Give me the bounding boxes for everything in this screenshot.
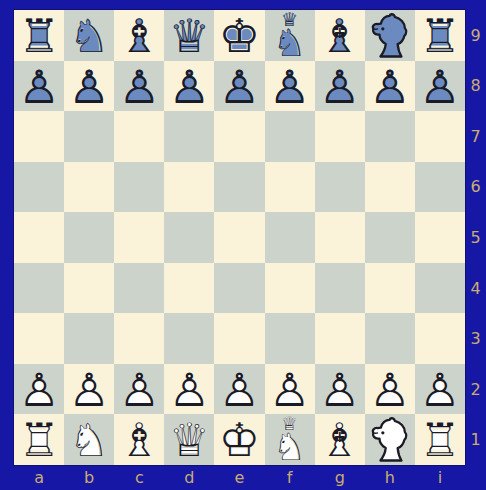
white-pawn[interactable]: ♟♙ bbox=[164, 364, 214, 415]
file-label-a: a bbox=[14, 465, 64, 490]
square-d2[interactable]: ♟♙ bbox=[164, 364, 214, 415]
square-e6[interactable] bbox=[214, 162, 264, 213]
white-pawn[interactable]: ♟♙ bbox=[114, 364, 164, 415]
square-a4[interactable] bbox=[14, 263, 64, 314]
blue-rook[interactable]: ♜♖ bbox=[14, 10, 64, 61]
square-i9[interactable]: ♜♖ bbox=[415, 10, 465, 61]
square-d7[interactable] bbox=[164, 111, 214, 162]
camel-icon bbox=[365, 10, 415, 61]
square-g8[interactable]: ♟♙ bbox=[315, 61, 365, 112]
rank-labels: 987654321 bbox=[465, 10, 486, 465]
square-g9[interactable]: ♝♗+ bbox=[315, 10, 365, 61]
square-i2[interactable]: ♟♙ bbox=[415, 364, 465, 415]
square-h3[interactable] bbox=[365, 313, 415, 364]
square-e1[interactable]: ♚♔ bbox=[214, 414, 264, 465]
square-a9[interactable]: ♜♖ bbox=[14, 10, 64, 61]
square-f7[interactable] bbox=[265, 111, 315, 162]
square-a7[interactable] bbox=[14, 111, 64, 162]
square-d4[interactable] bbox=[164, 263, 214, 314]
white-queen[interactable]: ♛♕ bbox=[164, 414, 214, 465]
blue-pawn[interactable]: ♟♙ bbox=[164, 61, 214, 112]
crown-icon: ♕ bbox=[265, 10, 315, 29]
square-f2[interactable]: ♟♙ bbox=[265, 364, 315, 415]
square-a6[interactable] bbox=[14, 162, 64, 213]
square-g7[interactable] bbox=[315, 111, 365, 162]
blue-orb-bishop[interactable]: ♝♗+ bbox=[315, 10, 365, 61]
square-h9[interactable] bbox=[365, 10, 415, 61]
square-b7[interactable] bbox=[64, 111, 114, 162]
white-pawn[interactable]: ♟♙ bbox=[64, 364, 114, 415]
file-labels: abcdefghi bbox=[14, 465, 465, 490]
square-e4[interactable] bbox=[214, 263, 264, 314]
file-label-i: i bbox=[415, 465, 465, 490]
square-f8[interactable]: ♟♙ bbox=[265, 61, 315, 112]
white-pawn[interactable]: ♟♙ bbox=[365, 364, 415, 415]
square-i5[interactable] bbox=[415, 212, 465, 263]
rank-label-4: 4 bbox=[465, 263, 486, 314]
blue-pawn[interactable]: ♟♙ bbox=[214, 61, 264, 112]
blue-pawn[interactable]: ♟♙ bbox=[315, 61, 365, 112]
square-b2[interactable]: ♟♙ bbox=[64, 364, 114, 415]
rank-label-5: 5 bbox=[465, 212, 486, 263]
square-d6[interactable] bbox=[164, 162, 214, 213]
square-i8[interactable]: ♟♙ bbox=[415, 61, 465, 112]
square-b1[interactable]: ♞♘ bbox=[64, 414, 114, 465]
square-b3[interactable] bbox=[64, 313, 114, 364]
square-i6[interactable] bbox=[415, 162, 465, 213]
square-i7[interactable] bbox=[415, 111, 465, 162]
blue-pawn[interactable]: ♟♙ bbox=[265, 61, 315, 112]
square-a5[interactable] bbox=[14, 212, 64, 263]
blue-pawn[interactable]: ♟♙ bbox=[415, 61, 465, 112]
white-pawn[interactable]: ♟♙ bbox=[265, 364, 315, 415]
square-e9[interactable]: ♚♔ bbox=[214, 10, 264, 61]
square-c5[interactable] bbox=[114, 212, 164, 263]
blue-camel[interactable] bbox=[365, 10, 415, 61]
square-b8[interactable]: ♟♙ bbox=[64, 61, 114, 112]
square-h4[interactable] bbox=[365, 263, 415, 314]
white-knight[interactable]: ♞♘ bbox=[64, 414, 114, 465]
square-f3[interactable] bbox=[265, 313, 315, 364]
white-pawn[interactable]: ♟♙ bbox=[315, 364, 365, 415]
white-rook[interactable]: ♜♖ bbox=[415, 414, 465, 465]
square-d1[interactable]: ♛♕ bbox=[164, 414, 214, 465]
rank-label-7: 7 bbox=[465, 111, 486, 162]
white-king[interactable]: ♚♔ bbox=[214, 414, 264, 465]
white-camel[interactable] bbox=[365, 414, 415, 465]
rank-label-1: 1 bbox=[465, 415, 486, 466]
square-a1[interactable]: ♜♖ bbox=[14, 414, 64, 465]
white-orb-bishop[interactable]: ♝♗+ bbox=[315, 414, 365, 465]
file-label-e: e bbox=[214, 465, 264, 490]
blue-pawn[interactable]: ♟♙ bbox=[365, 61, 415, 112]
rank-label-6: 6 bbox=[465, 162, 486, 213]
white-bishop[interactable]: ♝♗ bbox=[114, 414, 164, 465]
rank-label-9: 9 bbox=[465, 10, 486, 61]
chess-board: ♜♖♞♘♝♗♛♕♚♔♞♘♛♕♝♗+♜♖♟♙♟♙♟♙♟♙♟♙♟♙♟♙♟♙♟♙♟♙♟… bbox=[14, 10, 465, 465]
blue-crowned-knight[interactable]: ♞♘♛♕ bbox=[265, 10, 315, 61]
file-label-h: h bbox=[365, 465, 415, 490]
square-b6[interactable] bbox=[64, 162, 114, 213]
blue-knight[interactable]: ♞♘ bbox=[64, 10, 114, 61]
square-a3[interactable] bbox=[14, 313, 64, 364]
square-h2[interactable]: ♟♙ bbox=[365, 364, 415, 415]
rank-label-8: 8 bbox=[465, 61, 486, 112]
square-h7[interactable] bbox=[365, 111, 415, 162]
square-h6[interactable] bbox=[365, 162, 415, 213]
square-i3[interactable] bbox=[415, 313, 465, 364]
rank-label-3: 3 bbox=[465, 313, 486, 364]
square-d9[interactable]: ♛♕ bbox=[164, 10, 214, 61]
blue-pawn[interactable]: ♟♙ bbox=[64, 61, 114, 112]
blue-queen[interactable]: ♛♕ bbox=[164, 10, 214, 61]
square-i1[interactable]: ♜♖ bbox=[415, 414, 465, 465]
file-label-g: g bbox=[315, 465, 365, 490]
white-pawn[interactable]: ♟♙ bbox=[415, 364, 465, 415]
square-c7[interactable] bbox=[114, 111, 164, 162]
square-h8[interactable]: ♟♙ bbox=[365, 61, 415, 112]
square-h1[interactable] bbox=[365, 414, 415, 465]
rank-label-2: 2 bbox=[465, 364, 486, 415]
blue-king[interactable]: ♚♔ bbox=[214, 10, 264, 61]
crown-icon: ♕ bbox=[265, 414, 315, 433]
square-e7[interactable] bbox=[214, 111, 264, 162]
square-h5[interactable] bbox=[365, 212, 415, 263]
square-c3[interactable] bbox=[114, 313, 164, 364]
square-g4[interactable] bbox=[315, 263, 365, 314]
square-e2[interactable]: ♟♙ bbox=[214, 364, 264, 415]
orb-cross-icon: + bbox=[315, 26, 365, 41]
file-label-d: d bbox=[164, 465, 214, 490]
square-g2[interactable]: ♟♙ bbox=[315, 364, 365, 415]
square-b9[interactable]: ♞♘ bbox=[64, 10, 114, 61]
blue-bishop[interactable]: ♝♗ bbox=[114, 10, 164, 61]
blue-pawn[interactable]: ♟♙ bbox=[114, 61, 164, 112]
square-c4[interactable] bbox=[114, 263, 164, 314]
square-e5[interactable] bbox=[214, 212, 264, 263]
square-f4[interactable] bbox=[265, 263, 315, 314]
square-c6[interactable] bbox=[114, 162, 164, 213]
square-d8[interactable]: ♟♙ bbox=[164, 61, 214, 112]
square-a2[interactable]: ♟♙ bbox=[14, 364, 64, 415]
square-i4[interactable] bbox=[415, 263, 465, 314]
square-f5[interactable] bbox=[265, 212, 315, 263]
square-g5[interactable] bbox=[315, 212, 365, 263]
square-d3[interactable] bbox=[164, 313, 214, 364]
blue-rook[interactable]: ♜♖ bbox=[415, 10, 465, 61]
square-c8[interactable]: ♟♙ bbox=[114, 61, 164, 112]
camel-icon bbox=[365, 414, 415, 465]
square-c9[interactable]: ♝♗ bbox=[114, 10, 164, 61]
file-label-f: f bbox=[265, 465, 315, 490]
square-d5[interactable] bbox=[164, 212, 214, 263]
square-c2[interactable]: ♟♙ bbox=[114, 364, 164, 415]
white-rook[interactable]: ♜♖ bbox=[14, 414, 64, 465]
square-e3[interactable] bbox=[214, 313, 264, 364]
file-label-c: c bbox=[114, 465, 164, 490]
square-f1[interactable]: ♞♘♛♕ bbox=[265, 414, 315, 465]
square-g1[interactable]: ♝♗+ bbox=[315, 414, 365, 465]
file-label-b: b bbox=[64, 465, 114, 490]
square-e8[interactable]: ♟♙ bbox=[214, 61, 264, 112]
square-a8[interactable]: ♟♙ bbox=[14, 61, 64, 112]
white-pawn[interactable]: ♟♙ bbox=[214, 364, 264, 415]
board-frame: ♜♖♞♘♝♗♛♕♚♔♞♘♛♕♝♗+♜♖♟♙♟♙♟♙♟♙♟♙♟♙♟♙♟♙♟♙♟♙♟… bbox=[0, 0, 486, 490]
square-g3[interactable] bbox=[315, 313, 365, 364]
square-f6[interactable] bbox=[265, 162, 315, 213]
square-g6[interactable] bbox=[315, 162, 365, 213]
blue-pawn[interactable]: ♟♙ bbox=[14, 61, 64, 112]
square-b5[interactable] bbox=[64, 212, 114, 263]
white-pawn[interactable]: ♟♙ bbox=[14, 364, 64, 415]
square-b4[interactable] bbox=[64, 263, 114, 314]
orb-cross-icon: + bbox=[315, 430, 365, 445]
square-c1[interactable]: ♝♗ bbox=[114, 414, 164, 465]
white-crowned-knight[interactable]: ♞♘♛♕ bbox=[265, 414, 315, 465]
square-f9[interactable]: ♞♘♛♕ bbox=[265, 10, 315, 61]
